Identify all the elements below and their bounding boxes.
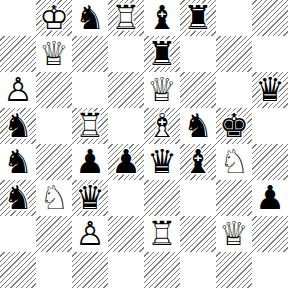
square-a4[interactable]: ♞♞	[0, 144, 36, 180]
piece-white-knight[interactable]: ♘	[36, 180, 72, 216]
square-b3[interactable]: ♞♘	[36, 180, 72, 216]
square-d7[interactable]	[108, 36, 144, 72]
square-a1[interactable]	[0, 252, 36, 288]
piece-black-knight[interactable]: ♞	[0, 108, 36, 144]
square-c5[interactable]: ♜♖	[72, 108, 108, 144]
square-g8[interactable]	[216, 0, 252, 36]
square-e2[interactable]: ♜♖	[144, 216, 180, 252]
square-a5[interactable]: ♞♞	[0, 108, 36, 144]
square-b2[interactable]	[36, 216, 72, 252]
square-d3[interactable]	[108, 180, 144, 216]
square-b6[interactable]	[36, 72, 72, 108]
square-e5[interactable]: ♝♗	[144, 108, 180, 144]
square-b7[interactable]: ♛♕	[36, 36, 72, 72]
piece-white-bishop[interactable]: ♗	[144, 108, 180, 144]
square-d2[interactable]	[108, 216, 144, 252]
square-e3[interactable]	[144, 180, 180, 216]
square-g6[interactable]	[216, 72, 252, 108]
square-h5[interactable]	[252, 108, 288, 144]
square-h6[interactable]: ♛♛	[252, 72, 288, 108]
square-e8[interactable]: ♝♝	[144, 0, 180, 36]
square-a7[interactable]	[0, 36, 36, 72]
square-g5[interactable]: ♚♚	[216, 108, 252, 144]
square-f6[interactable]	[180, 72, 216, 108]
piece-white-queen[interactable]: ♕	[216, 216, 252, 252]
piece-white-queen[interactable]: ♕	[144, 72, 180, 108]
piece-white-rook[interactable]: ♖	[144, 216, 180, 252]
square-h2[interactable]	[252, 216, 288, 252]
piece-black-king[interactable]: ♚	[216, 108, 252, 144]
square-b5[interactable]	[36, 108, 72, 144]
square-h8[interactable]	[252, 0, 288, 36]
square-c7[interactable]	[72, 36, 108, 72]
piece-white-king[interactable]: ♔	[36, 0, 72, 36]
square-e4[interactable]: ♛♛	[144, 144, 180, 180]
square-f8[interactable]: ♜♜	[180, 0, 216, 36]
square-d1[interactable]	[108, 252, 144, 288]
piece-black-pawn[interactable]: ♟	[108, 144, 144, 180]
square-a8[interactable]	[0, 0, 36, 36]
piece-black-queen[interactable]: ♛	[144, 144, 180, 180]
square-h7[interactable]	[252, 36, 288, 72]
square-c3[interactable]: ♛♛	[72, 180, 108, 216]
square-b8[interactable]: ♚♔	[36, 0, 72, 36]
piece-black-queen[interactable]: ♛	[252, 72, 288, 108]
square-a6[interactable]: ♟♙	[0, 72, 36, 108]
square-d8[interactable]: ♜♖	[108, 0, 144, 36]
square-f1[interactable]	[180, 252, 216, 288]
square-e1[interactable]	[144, 252, 180, 288]
square-h4[interactable]	[252, 144, 288, 180]
piece-black-knight[interactable]: ♞	[0, 180, 36, 216]
square-f2[interactable]	[180, 216, 216, 252]
square-a2[interactable]	[0, 216, 36, 252]
piece-white-rook[interactable]: ♖	[72, 108, 108, 144]
piece-black-pawn[interactable]: ♟	[252, 180, 288, 216]
piece-black-rook[interactable]: ♜	[180, 0, 216, 36]
square-g2[interactable]: ♛♕	[216, 216, 252, 252]
piece-white-rook[interactable]: ♖	[108, 0, 144, 36]
square-c6[interactable]	[72, 72, 108, 108]
piece-white-pawn[interactable]: ♙	[72, 216, 108, 252]
piece-white-knight[interactable]: ♘	[216, 144, 252, 180]
square-g3[interactable]	[216, 180, 252, 216]
square-f4[interactable]: ♝♝	[180, 144, 216, 180]
square-a3[interactable]: ♞♞	[0, 180, 36, 216]
square-e6[interactable]: ♛♕	[144, 72, 180, 108]
piece-white-queen[interactable]: ♕	[36, 36, 72, 72]
square-d5[interactable]	[108, 108, 144, 144]
square-c4[interactable]: ♟♟	[72, 144, 108, 180]
square-b4[interactable]	[36, 144, 72, 180]
piece-black-knight[interactable]: ♞	[180, 108, 216, 144]
piece-black-knight[interactable]: ♞	[0, 144, 36, 180]
square-e7[interactable]: ♜♜	[144, 36, 180, 72]
square-f5[interactable]: ♞♞	[180, 108, 216, 144]
square-g4[interactable]: ♞♘	[216, 144, 252, 180]
square-d6[interactable]	[108, 72, 144, 108]
square-g7[interactable]	[216, 36, 252, 72]
square-c2[interactable]: ♟♙	[72, 216, 108, 252]
piece-white-pawn[interactable]: ♙	[0, 72, 36, 108]
square-d4[interactable]: ♟♟	[108, 144, 144, 180]
piece-black-knight[interactable]: ♞	[72, 0, 108, 36]
piece-black-rook[interactable]: ♜	[144, 36, 180, 72]
square-f3[interactable]	[180, 180, 216, 216]
square-f7[interactable]	[180, 36, 216, 72]
piece-black-bishop[interactable]: ♝	[180, 144, 216, 180]
square-h3[interactable]: ♟♟	[252, 180, 288, 216]
square-c8[interactable]: ♞♞	[72, 0, 108, 36]
piece-black-queen[interactable]: ♛	[72, 180, 108, 216]
piece-black-bishop[interactable]: ♝	[144, 0, 180, 36]
chess-board: ♚♔♞♞♜♖♝♝♜♜♛♕♜♜♟♙♛♕♛♛♞♞♜♖♝♗♞♞♚♚♞♞♟♟♟♟♛♛♝♝…	[0, 0, 288, 288]
square-b1[interactable]	[36, 252, 72, 288]
square-c1[interactable]	[72, 252, 108, 288]
square-h1[interactable]	[252, 252, 288, 288]
piece-black-pawn[interactable]: ♟	[72, 144, 108, 180]
square-g1[interactable]	[216, 252, 252, 288]
